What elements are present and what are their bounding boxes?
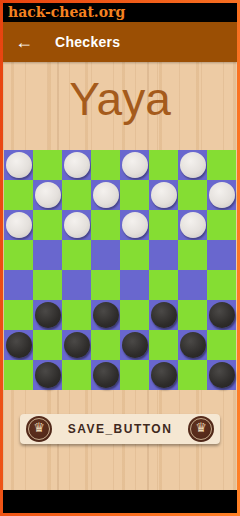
white-checker-piece[interactable] (6, 212, 32, 238)
square-r2c1-light[interactable] (33, 210, 62, 240)
square-r5c1-dark[interactable] (33, 300, 62, 330)
square-r2c3-light[interactable] (91, 210, 120, 240)
square-r7c4-light[interactable] (120, 360, 149, 390)
black-checker-piece[interactable] (64, 332, 90, 358)
square-r0c1-light[interactable] (33, 150, 62, 180)
white-checker-piece[interactable] (64, 212, 90, 238)
crown-icon: ♛ (26, 416, 52, 442)
square-r5c5-dark[interactable] (149, 300, 178, 330)
square-r7c6-light[interactable] (178, 360, 207, 390)
square-r3c3-dark[interactable] (91, 240, 120, 270)
square-r6c3-light[interactable] (91, 330, 120, 360)
checkers-board (4, 150, 236, 390)
crown-glyph: ♛ (33, 421, 45, 434)
black-checker-piece[interactable] (35, 302, 61, 328)
save-area: ♛ SAVE_BUTTON ♛ (3, 390, 237, 467)
square-r1c2-light[interactable] (62, 180, 91, 210)
black-checker-piece[interactable] (180, 332, 206, 358)
square-r1c0-light[interactable] (4, 180, 33, 210)
watermark-bar: hack-cheat.org (3, 3, 237, 22)
app-bar: ← Checkers (3, 22, 237, 62)
square-r4c4-dark[interactable] (120, 270, 149, 300)
square-r3c2-light[interactable] (62, 240, 91, 270)
white-checker-piece[interactable] (180, 152, 206, 178)
square-r0c3-light[interactable] (91, 150, 120, 180)
square-r6c0-dark[interactable] (4, 330, 33, 360)
app-screen: hack-cheat.org ← Checkers Yaya ♛ SAVE_BU… (3, 3, 237, 513)
black-checker-piece[interactable] (209, 302, 235, 328)
square-r7c0-light[interactable] (4, 360, 33, 390)
black-checker-piece[interactable] (93, 302, 119, 328)
square-r0c0-dark[interactable] (4, 150, 33, 180)
black-checker-piece[interactable] (6, 332, 32, 358)
white-checker-piece[interactable] (122, 152, 148, 178)
watermark-text: hack-cheat.org (8, 4, 125, 20)
white-checker-piece[interactable] (122, 212, 148, 238)
square-r4c3-light[interactable] (91, 270, 120, 300)
square-r5c3-dark[interactable] (91, 300, 120, 330)
square-r6c7-light[interactable] (207, 330, 236, 360)
square-r4c7-light[interactable] (207, 270, 236, 300)
square-r3c6-light[interactable] (178, 240, 207, 270)
square-r5c4-light[interactable] (120, 300, 149, 330)
square-r3c5-dark[interactable] (149, 240, 178, 270)
black-checker-piece[interactable] (122, 332, 148, 358)
square-r5c2-light[interactable] (62, 300, 91, 330)
square-r5c6-light[interactable] (178, 300, 207, 330)
back-arrow-icon[interactable]: ← (15, 33, 33, 51)
square-r1c5-dark[interactable] (149, 180, 178, 210)
square-r5c7-dark[interactable] (207, 300, 236, 330)
square-r6c4-dark[interactable] (120, 330, 149, 360)
square-r4c2-dark[interactable] (62, 270, 91, 300)
square-r6c2-dark[interactable] (62, 330, 91, 360)
square-r1c4-light[interactable] (120, 180, 149, 210)
black-checker-piece[interactable] (209, 362, 235, 388)
crown-glyph: ♛ (195, 421, 207, 434)
android-nav-bar (3, 490, 237, 513)
square-r0c6-dark[interactable] (178, 150, 207, 180)
square-r7c3-dark[interactable] (91, 360, 120, 390)
square-r3c4-light[interactable] (120, 240, 149, 270)
app-bar-title: Checkers (55, 34, 120, 50)
square-r1c1-dark[interactable] (33, 180, 62, 210)
white-checker-piece[interactable] (35, 182, 61, 208)
square-r3c7-dark[interactable] (207, 240, 236, 270)
white-checker-piece[interactable] (209, 182, 235, 208)
white-checker-piece[interactable] (93, 182, 119, 208)
square-r2c2-dark[interactable] (62, 210, 91, 240)
screenshot-frame: hack-cheat.org ← Checkers Yaya ♛ SAVE_BU… (0, 0, 240, 516)
white-checker-piece[interactable] (64, 152, 90, 178)
white-checker-piece[interactable] (151, 182, 177, 208)
save-button-label: SAVE_BUTTON (56, 422, 184, 436)
white-checker-piece[interactable] (180, 212, 206, 238)
black-checker-piece[interactable] (35, 362, 61, 388)
square-r2c5-light[interactable] (149, 210, 178, 240)
square-r2c6-dark[interactable] (178, 210, 207, 240)
square-r1c3-dark[interactable] (91, 180, 120, 210)
square-r6c6-dark[interactable] (178, 330, 207, 360)
black-checker-piece[interactable] (151, 362, 177, 388)
square-r4c1-light[interactable] (33, 270, 62, 300)
square-r7c2-light[interactable] (62, 360, 91, 390)
square-r3c0-light[interactable] (4, 240, 33, 270)
white-checker-piece[interactable] (6, 152, 32, 178)
square-r1c6-light[interactable] (178, 180, 207, 210)
square-r4c5-light[interactable] (149, 270, 178, 300)
square-r0c5-light[interactable] (149, 150, 178, 180)
save-button[interactable]: ♛ SAVE_BUTTON ♛ (20, 414, 220, 444)
black-checker-piece[interactable] (93, 362, 119, 388)
player-name: Yaya (3, 62, 237, 150)
square-r2c4-dark[interactable] (120, 210, 149, 240)
square-r6c1-light[interactable] (33, 330, 62, 360)
square-r7c7-dark[interactable] (207, 360, 236, 390)
black-checker-piece[interactable] (151, 302, 177, 328)
square-r4c6-dark[interactable] (178, 270, 207, 300)
square-r0c4-dark[interactable] (120, 150, 149, 180)
square-r4c0-dark[interactable] (4, 270, 33, 300)
square-r3c1-dark[interactable] (33, 240, 62, 270)
square-r1c7-dark[interactable] (207, 180, 236, 210)
square-r2c0-dark[interactable] (4, 210, 33, 240)
square-r5c0-light[interactable] (4, 300, 33, 330)
square-r6c5-light[interactable] (149, 330, 178, 360)
square-r0c7-light[interactable] (207, 150, 236, 180)
square-r7c5-dark[interactable] (149, 360, 178, 390)
crown-icon: ♛ (188, 416, 214, 442)
square-r2c7-light[interactable] (207, 210, 236, 240)
square-r7c1-dark[interactable] (33, 360, 62, 390)
square-r0c2-dark[interactable] (62, 150, 91, 180)
